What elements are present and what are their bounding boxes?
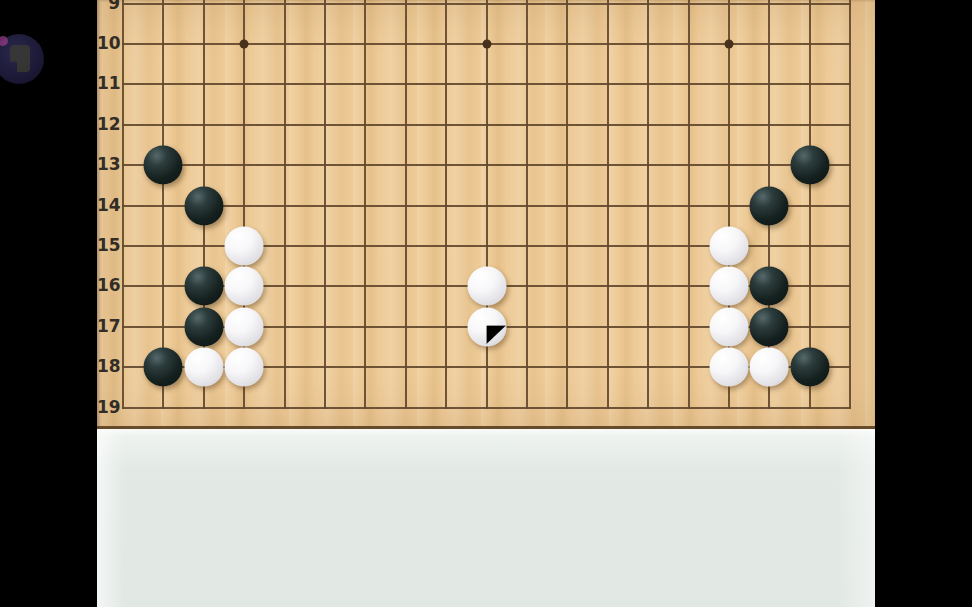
h-grid-line <box>122 3 851 5</box>
white-stone[interactable] <box>467 267 506 306</box>
go-board[interactable]: 910111213141516171819 <box>97 0 875 429</box>
white-stone[interactable] <box>710 226 749 265</box>
white-stone[interactable] <box>225 267 264 306</box>
row-label: 18 <box>97 358 120 375</box>
row-label: 15 <box>97 237 120 254</box>
watermark-glyph <box>10 45 30 72</box>
h-grid-line <box>122 407 851 409</box>
white-stone[interactable] <box>225 307 264 346</box>
black-stone[interactable] <box>144 348 183 387</box>
h-grid-line <box>122 124 851 126</box>
last-move-triangle-marker <box>486 325 506 344</box>
watermark-logo <box>0 34 44 84</box>
row-label: 9 <box>97 0 120 12</box>
row-label: 16 <box>97 277 120 294</box>
star-point <box>482 39 491 48</box>
black-stone[interactable] <box>184 267 223 306</box>
white-stone[interactable] <box>225 348 264 387</box>
white-stone[interactable] <box>710 307 749 346</box>
row-label: 17 <box>97 318 120 335</box>
video-frame: 910111213141516171819 <box>0 0 972 607</box>
white-stone[interactable] <box>467 307 506 346</box>
row-label: 13 <box>97 156 120 173</box>
white-stone[interactable] <box>710 348 749 387</box>
black-stone[interactable] <box>750 267 789 306</box>
black-stone[interactable] <box>184 307 223 346</box>
black-stone[interactable] <box>750 307 789 346</box>
row-label: 11 <box>97 75 120 92</box>
white-stone[interactable] <box>750 348 789 387</box>
bottom-panel <box>97 429 875 607</box>
star-point <box>240 39 249 48</box>
row-label: 12 <box>97 116 120 133</box>
black-stone[interactable] <box>790 146 829 185</box>
h-grid-line <box>122 83 851 85</box>
black-stone[interactable] <box>144 146 183 185</box>
black-stone[interactable] <box>790 348 829 387</box>
white-stone[interactable] <box>184 348 223 387</box>
white-stone[interactable] <box>710 267 749 306</box>
black-stone[interactable] <box>184 186 223 225</box>
row-label: 10 <box>97 35 120 52</box>
black-stone[interactable] <box>750 186 789 225</box>
row-label: 19 <box>97 399 120 416</box>
row-label: 14 <box>97 197 120 214</box>
h-grid-line <box>122 164 851 166</box>
h-grid-line <box>122 205 851 207</box>
star-point <box>725 39 734 48</box>
watermark-accent-dot <box>0 36 8 46</box>
white-stone[interactable] <box>225 226 264 265</box>
